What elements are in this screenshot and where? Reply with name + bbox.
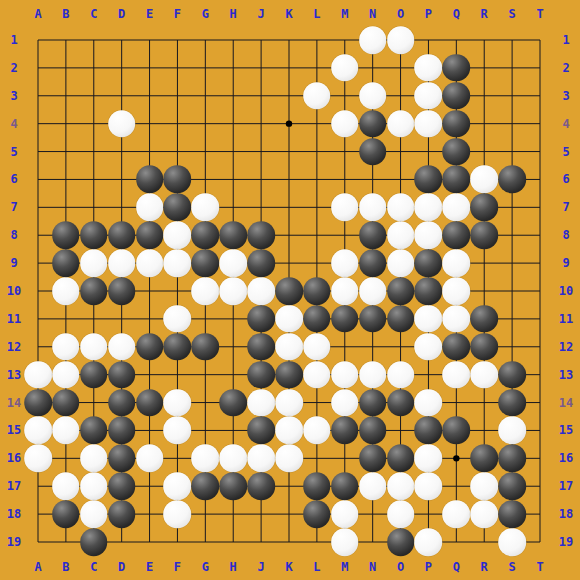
stone-white-R17[interactable] bbox=[470, 472, 498, 500]
coord-label-top-C: C bbox=[90, 7, 97, 21]
stone-black-F12[interactable] bbox=[164, 333, 192, 361]
stone-black-C10[interactable] bbox=[80, 277, 108, 305]
stone-black-Q12[interactable] bbox=[443, 333, 471, 361]
stone-black-K13[interactable] bbox=[275, 361, 303, 389]
stone-white-N17[interactable] bbox=[359, 472, 387, 500]
coord-label-left-15: 15 bbox=[7, 423, 21, 437]
stone-white-M13[interactable] bbox=[331, 361, 359, 389]
stone-white-P11[interactable] bbox=[415, 305, 443, 333]
coord-label-left-1: 1 bbox=[10, 33, 17, 47]
stone-white-F8[interactable] bbox=[164, 221, 192, 249]
stone-white-E7[interactable] bbox=[136, 194, 164, 222]
stone-black-J12[interactable] bbox=[247, 333, 275, 361]
stone-white-O13[interactable] bbox=[387, 361, 415, 389]
coord-label-bottom-O: O bbox=[397, 560, 404, 574]
stone-white-M9[interactable] bbox=[331, 249, 359, 277]
stone-black-J13[interactable] bbox=[247, 361, 275, 389]
stone-white-E16[interactable] bbox=[136, 445, 164, 473]
stone-black-H17[interactable] bbox=[219, 472, 247, 500]
stone-white-O7[interactable] bbox=[387, 194, 415, 222]
coord-label-right-8: 8 bbox=[562, 228, 569, 242]
stone-white-F17[interactable] bbox=[164, 472, 192, 500]
stone-white-M10[interactable] bbox=[331, 277, 359, 305]
stone-white-M4[interactable] bbox=[331, 110, 359, 138]
stone-black-E12[interactable] bbox=[136, 333, 164, 361]
coord-label-top-L: L bbox=[313, 7, 320, 21]
stone-white-D9[interactable] bbox=[108, 249, 136, 277]
coord-label-left-10: 10 bbox=[7, 284, 21, 298]
stone-black-M11[interactable] bbox=[331, 305, 359, 333]
stone-black-S14[interactable] bbox=[498, 389, 526, 417]
stone-white-Q10[interactable] bbox=[443, 277, 471, 305]
stone-white-K12[interactable] bbox=[275, 333, 303, 361]
stone-white-F15[interactable] bbox=[164, 417, 192, 445]
stone-black-J8[interactable] bbox=[247, 221, 275, 249]
stone-black-Q2[interactable] bbox=[443, 54, 471, 82]
stone-black-G12[interactable] bbox=[192, 333, 220, 361]
stone-white-N3[interactable] bbox=[359, 82, 387, 110]
coord-label-bottom-P: P bbox=[425, 560, 432, 574]
stone-white-R18[interactable] bbox=[470, 500, 498, 528]
coord-label-top-D: D bbox=[118, 7, 125, 21]
stone-white-O4[interactable] bbox=[387, 110, 415, 138]
stone-white-M7[interactable] bbox=[331, 194, 359, 222]
stone-white-K11[interactable] bbox=[275, 305, 303, 333]
stone-black-O16[interactable] bbox=[387, 445, 415, 473]
coord-label-left-6: 6 bbox=[10, 172, 17, 186]
stone-white-N7[interactable] bbox=[359, 194, 387, 222]
coord-label-left-17: 17 bbox=[7, 479, 21, 493]
coord-label-top-E: E bbox=[146, 7, 153, 21]
coord-label-left-2: 2 bbox=[10, 61, 17, 75]
coord-label-top-N: N bbox=[369, 7, 376, 21]
stone-white-B12[interactable] bbox=[52, 333, 80, 361]
stone-white-D4[interactable] bbox=[108, 110, 136, 138]
stone-white-S19[interactable] bbox=[498, 528, 526, 556]
stone-black-Q4[interactable] bbox=[443, 110, 471, 138]
stone-white-M2[interactable] bbox=[331, 54, 359, 82]
stone-black-C15[interactable] bbox=[80, 417, 108, 445]
stone-white-C17[interactable] bbox=[80, 472, 108, 500]
coord-label-left-13: 13 bbox=[7, 368, 21, 382]
coord-label-left-19: 19 bbox=[7, 535, 21, 549]
stone-white-J10[interactable] bbox=[247, 277, 275, 305]
stone-black-M17[interactable] bbox=[331, 472, 359, 500]
stone-white-L13[interactable] bbox=[303, 361, 331, 389]
stone-white-M19[interactable] bbox=[331, 528, 359, 556]
coord-label-left-12: 12 bbox=[7, 340, 21, 354]
stone-black-D8[interactable] bbox=[108, 221, 136, 249]
coord-label-bottom-E: E bbox=[146, 560, 153, 574]
stone-black-D18[interactable] bbox=[108, 500, 136, 528]
stone-white-O17[interactable] bbox=[387, 472, 415, 500]
coord-label-top-O: O bbox=[397, 7, 404, 21]
stone-black-N11[interactable] bbox=[359, 305, 387, 333]
stone-white-S15[interactable] bbox=[498, 417, 526, 445]
coord-label-bottom-R: R bbox=[481, 560, 488, 574]
stone-black-Q8[interactable] bbox=[443, 221, 471, 249]
coord-label-bottom-D: D bbox=[118, 560, 125, 574]
stone-white-P14[interactable] bbox=[415, 389, 443, 417]
stone-black-C19[interactable] bbox=[80, 528, 108, 556]
coord-label-top-F: F bbox=[174, 7, 181, 21]
stone-white-P3[interactable] bbox=[415, 82, 443, 110]
stone-black-S17[interactable] bbox=[498, 472, 526, 500]
stone-black-E8[interactable] bbox=[136, 221, 164, 249]
stone-black-N5[interactable] bbox=[359, 138, 387, 166]
stone-black-N9[interactable] bbox=[359, 249, 387, 277]
stone-black-P6[interactable] bbox=[415, 166, 443, 194]
stone-white-P19[interactable] bbox=[415, 528, 443, 556]
coord-label-bottom-T: T bbox=[536, 560, 543, 574]
stone-black-Q15[interactable] bbox=[443, 417, 471, 445]
stone-black-L10[interactable] bbox=[303, 277, 331, 305]
stone-white-A15[interactable] bbox=[24, 417, 52, 445]
coord-label-top-B: B bbox=[62, 7, 69, 21]
stone-black-J11[interactable] bbox=[247, 305, 275, 333]
stone-black-S18[interactable] bbox=[498, 500, 526, 528]
stone-black-N14[interactable] bbox=[359, 389, 387, 417]
stone-white-K14[interactable] bbox=[275, 389, 303, 417]
stone-black-B8[interactable] bbox=[52, 221, 80, 249]
stone-white-G16[interactable] bbox=[192, 445, 220, 473]
stone-black-J17[interactable] bbox=[247, 472, 275, 500]
stone-black-O11[interactable] bbox=[387, 305, 415, 333]
coord-label-left-18: 18 bbox=[7, 507, 21, 521]
stone-black-R7[interactable] bbox=[470, 194, 498, 222]
stone-white-L15[interactable] bbox=[303, 417, 331, 445]
stone-white-A16[interactable] bbox=[24, 445, 52, 473]
stone-white-P12[interactable] bbox=[415, 333, 443, 361]
stone-black-N16[interactable] bbox=[359, 445, 387, 473]
coord-label-right-17: 17 bbox=[559, 479, 573, 493]
coord-label-top-G: G bbox=[202, 7, 209, 21]
coord-label-left-4: 4 bbox=[10, 117, 17, 131]
stone-black-S13[interactable] bbox=[498, 361, 526, 389]
star-point-Q16 bbox=[453, 455, 459, 461]
stone-black-O10[interactable] bbox=[387, 277, 415, 305]
stone-black-D16[interactable] bbox=[108, 445, 136, 473]
stone-black-G9[interactable] bbox=[192, 249, 220, 277]
coord-label-top-Q: Q bbox=[453, 7, 460, 21]
stone-black-L11[interactable] bbox=[303, 305, 331, 333]
stone-white-H9[interactable] bbox=[219, 249, 247, 277]
coord-label-top-K: K bbox=[285, 7, 292, 21]
stone-black-G17[interactable] bbox=[192, 472, 220, 500]
coord-label-top-T: T bbox=[536, 7, 543, 21]
stone-white-C16[interactable] bbox=[80, 445, 108, 473]
stone-white-Q18[interactable] bbox=[443, 500, 471, 528]
stone-black-C13[interactable] bbox=[80, 361, 108, 389]
stone-white-B10[interactable] bbox=[52, 277, 80, 305]
stone-white-Q7[interactable] bbox=[443, 194, 471, 222]
stone-white-L12[interactable] bbox=[303, 333, 331, 361]
stone-white-P17[interactable] bbox=[415, 472, 443, 500]
stone-black-H14[interactable] bbox=[219, 389, 247, 417]
coord-label-bottom-C: C bbox=[90, 560, 97, 574]
coord-label-right-13: 13 bbox=[559, 368, 573, 382]
stone-black-O14[interactable] bbox=[387, 389, 415, 417]
stone-black-P10[interactable] bbox=[415, 277, 443, 305]
coord-label-right-4: 4 bbox=[562, 117, 569, 131]
coord-label-bottom-A: A bbox=[34, 560, 41, 574]
stone-black-N15[interactable] bbox=[359, 417, 387, 445]
stone-white-E9[interactable] bbox=[136, 249, 164, 277]
coord-label-left-9: 9 bbox=[10, 256, 17, 270]
stone-black-Q5[interactable] bbox=[443, 138, 471, 166]
coord-label-right-11: 11 bbox=[559, 312, 573, 326]
coord-label-top-R: R bbox=[481, 7, 488, 21]
stone-white-K16[interactable] bbox=[275, 445, 303, 473]
stone-black-J15[interactable] bbox=[247, 417, 275, 445]
stone-white-Q11[interactable] bbox=[443, 305, 471, 333]
stone-black-G8[interactable] bbox=[192, 221, 220, 249]
stone-white-L3[interactable] bbox=[303, 82, 331, 110]
stone-white-D12[interactable] bbox=[108, 333, 136, 361]
coord-label-left-8: 8 bbox=[10, 228, 17, 242]
coord-label-bottom-S: S bbox=[508, 560, 515, 574]
stone-black-B14[interactable] bbox=[52, 389, 80, 417]
stone-white-N10[interactable] bbox=[359, 277, 387, 305]
stone-white-F18[interactable] bbox=[164, 500, 192, 528]
stone-black-L17[interactable] bbox=[303, 472, 331, 500]
coord-label-bottom-H: H bbox=[230, 560, 237, 574]
stone-white-G10[interactable] bbox=[192, 277, 220, 305]
stone-black-D15[interactable] bbox=[108, 417, 136, 445]
stone-black-F7[interactable] bbox=[164, 194, 192, 222]
coord-label-right-1: 1 bbox=[562, 33, 569, 47]
stone-black-J9[interactable] bbox=[247, 249, 275, 277]
coord-label-bottom-K: K bbox=[285, 560, 292, 574]
coord-label-left-7: 7 bbox=[10, 200, 17, 214]
stone-black-D13[interactable] bbox=[108, 361, 136, 389]
stone-black-Q3[interactable] bbox=[443, 82, 471, 110]
coord-label-bottom-N: N bbox=[369, 560, 376, 574]
stone-black-E6[interactable] bbox=[136, 166, 164, 194]
stone-black-D17[interactable] bbox=[108, 472, 136, 500]
stone-white-B15[interactable] bbox=[52, 417, 80, 445]
stone-black-D14[interactable] bbox=[108, 389, 136, 417]
stone-white-N13[interactable] bbox=[359, 361, 387, 389]
stone-black-R12[interactable] bbox=[470, 333, 498, 361]
stone-white-F9[interactable] bbox=[164, 249, 192, 277]
stone-black-D10[interactable] bbox=[108, 277, 136, 305]
stone-white-P4[interactable] bbox=[415, 110, 443, 138]
coord-label-right-12: 12 bbox=[559, 340, 573, 354]
stone-black-E14[interactable] bbox=[136, 389, 164, 417]
stone-white-F11[interactable] bbox=[164, 305, 192, 333]
stone-white-C9[interactable] bbox=[80, 249, 108, 277]
stone-white-P2[interactable] bbox=[415, 54, 443, 82]
go-board[interactable]: AABBCCDDEEFFGGHHJJKKLLMMNNOOPPQQRRSSTT11… bbox=[0, 0, 580, 580]
coord-label-right-3: 3 bbox=[562, 89, 569, 103]
stone-white-O9[interactable] bbox=[387, 249, 415, 277]
stone-white-N1[interactable] bbox=[359, 26, 387, 54]
coord-label-right-6: 6 bbox=[562, 172, 569, 186]
stone-black-N8[interactable] bbox=[359, 221, 387, 249]
coord-label-left-3: 3 bbox=[10, 89, 17, 103]
stone-white-P8[interactable] bbox=[415, 221, 443, 249]
coord-label-top-S: S bbox=[508, 7, 515, 21]
coord-label-left-11: 11 bbox=[7, 312, 21, 326]
stone-white-J16[interactable] bbox=[247, 445, 275, 473]
stone-white-P7[interactable] bbox=[415, 194, 443, 222]
stone-white-A13[interactable] bbox=[24, 361, 52, 389]
stone-black-S6[interactable] bbox=[498, 166, 526, 194]
stone-black-Q6[interactable] bbox=[443, 166, 471, 194]
coord-label-top-P: P bbox=[425, 7, 432, 21]
coord-label-bottom-M: M bbox=[341, 560, 348, 574]
stone-black-M15[interactable] bbox=[331, 417, 359, 445]
coord-label-right-5: 5 bbox=[562, 145, 569, 159]
star-point-K4 bbox=[286, 120, 292, 126]
stone-white-G7[interactable] bbox=[192, 194, 220, 222]
coord-label-bottom-J: J bbox=[257, 560, 264, 574]
coord-label-bottom-L: L bbox=[313, 560, 320, 574]
coord-label-right-14: 14 bbox=[559, 396, 573, 410]
stone-black-B9[interactable] bbox=[52, 249, 80, 277]
coord-label-right-7: 7 bbox=[562, 200, 569, 214]
stone-black-F6[interactable] bbox=[164, 166, 192, 194]
stone-white-B13[interactable] bbox=[52, 361, 80, 389]
stone-white-K15[interactable] bbox=[275, 417, 303, 445]
stone-black-P9[interactable] bbox=[415, 249, 443, 277]
stone-black-N4[interactable] bbox=[359, 110, 387, 138]
stone-black-C8[interactable] bbox=[80, 221, 108, 249]
coord-label-top-A: A bbox=[34, 7, 41, 21]
coord-label-right-18: 18 bbox=[559, 507, 573, 521]
stone-white-Q9[interactable] bbox=[443, 249, 471, 277]
stone-white-F14[interactable] bbox=[164, 389, 192, 417]
coord-label-top-H: H bbox=[230, 7, 237, 21]
coord-label-top-J: J bbox=[257, 7, 264, 21]
coord-label-bottom-Q: Q bbox=[453, 560, 460, 574]
coord-label-right-19: 19 bbox=[559, 535, 573, 549]
stone-black-R16[interactable] bbox=[470, 445, 498, 473]
coord-label-bottom-F: F bbox=[174, 560, 181, 574]
stone-white-M18[interactable] bbox=[331, 500, 359, 528]
stone-white-O18[interactable] bbox=[387, 500, 415, 528]
coord-label-left-5: 5 bbox=[10, 145, 17, 159]
coord-label-top-M: M bbox=[341, 7, 348, 21]
stone-white-R13[interactable] bbox=[470, 361, 498, 389]
stone-white-O1[interactable] bbox=[387, 26, 415, 54]
stone-black-O19[interactable] bbox=[387, 528, 415, 556]
stone-white-C12[interactable] bbox=[80, 333, 108, 361]
stone-black-R8[interactable] bbox=[470, 221, 498, 249]
coord-label-right-15: 15 bbox=[559, 423, 573, 437]
stone-black-R11[interactable] bbox=[470, 305, 498, 333]
stone-white-H16[interactable] bbox=[219, 445, 247, 473]
coord-label-bottom-G: G bbox=[202, 560, 209, 574]
coord-label-left-16: 16 bbox=[7, 451, 21, 465]
coord-label-right-2: 2 bbox=[562, 61, 569, 75]
stone-black-L18[interactable] bbox=[303, 500, 331, 528]
stone-black-A14[interactable] bbox=[24, 389, 52, 417]
coord-label-right-9: 9 bbox=[562, 256, 569, 270]
stone-white-B17[interactable] bbox=[52, 472, 80, 500]
coord-label-right-10: 10 bbox=[559, 284, 573, 298]
stone-white-R6[interactable] bbox=[470, 166, 498, 194]
stone-white-M14[interactable] bbox=[331, 389, 359, 417]
stone-black-K10[interactable] bbox=[275, 277, 303, 305]
stone-white-H10[interactable] bbox=[219, 277, 247, 305]
coord-label-right-16: 16 bbox=[559, 451, 573, 465]
stone-white-O8[interactable] bbox=[387, 221, 415, 249]
stone-white-C18[interactable] bbox=[80, 500, 108, 528]
stone-white-P16[interactable] bbox=[415, 445, 443, 473]
stone-black-H8[interactable] bbox=[219, 221, 247, 249]
coord-label-bottom-B: B bbox=[62, 560, 69, 574]
stone-black-S16[interactable] bbox=[498, 445, 526, 473]
stone-white-J14[interactable] bbox=[247, 389, 275, 417]
stone-black-B18[interactable] bbox=[52, 500, 80, 528]
coord-label-left-14: 14 bbox=[7, 396, 21, 410]
stone-black-P15[interactable] bbox=[415, 417, 443, 445]
stone-white-Q13[interactable] bbox=[443, 361, 471, 389]
